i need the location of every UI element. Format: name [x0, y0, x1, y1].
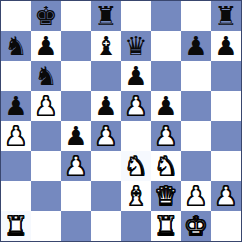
piece-black-bishop: ♝	[94, 31, 117, 61]
square-h5[interactable]	[211, 91, 241, 121]
square-e7[interactable]: ♛	[121, 31, 151, 61]
square-c7[interactable]	[61, 31, 91, 61]
square-a8[interactable]	[1, 1, 31, 31]
piece-black-pawn: ♟	[214, 31, 237, 61]
square-h4[interactable]	[211, 121, 241, 151]
square-d5[interactable]: ♟	[91, 91, 121, 121]
square-b5[interactable]: ♟	[31, 91, 61, 121]
piece-black-knight: ♞	[34, 61, 57, 91]
square-b8[interactable]: ♚	[31, 1, 61, 31]
piece-black-queen: ♛	[124, 31, 147, 61]
square-e5[interactable]: ♟	[121, 91, 151, 121]
square-c6[interactable]	[61, 61, 91, 91]
square-d6[interactable]	[91, 61, 121, 91]
square-d3[interactable]	[91, 151, 121, 181]
piece-white-pawn: ♟	[94, 121, 117, 151]
square-c2[interactable]	[61, 181, 91, 211]
square-f8[interactable]	[151, 1, 181, 31]
square-g8[interactable]	[181, 1, 211, 31]
square-h2[interactable]: ♟	[211, 181, 241, 211]
piece-black-pawn: ♟	[64, 121, 87, 151]
piece-black-pawn: ♟	[4, 91, 27, 121]
square-c4[interactable]: ♟	[61, 121, 91, 151]
square-f4[interactable]: ♟	[151, 121, 181, 151]
chess-board: ♚♜♜♞♟♝♛♟♟♞♟♟♟♟♟♟♟♟♟♟♟♞♞♝♛♟♟♜♜♚	[0, 0, 242, 242]
square-a1[interactable]: ♜	[1, 211, 31, 241]
square-f3[interactable]: ♞	[151, 151, 181, 181]
piece-black-pawn: ♟	[94, 91, 117, 121]
square-a2[interactable]	[1, 181, 31, 211]
square-f2[interactable]: ♛	[151, 181, 181, 211]
square-g2[interactable]: ♟	[181, 181, 211, 211]
piece-black-pawn: ♟	[34, 31, 57, 61]
square-g4[interactable]	[181, 121, 211, 151]
square-b3[interactable]	[31, 151, 61, 181]
square-f5[interactable]: ♟	[151, 91, 181, 121]
square-a4[interactable]: ♟	[1, 121, 31, 151]
square-b7[interactable]: ♟	[31, 31, 61, 61]
square-d2[interactable]	[91, 181, 121, 211]
piece-white-pawn: ♟	[64, 151, 87, 181]
square-e2[interactable]: ♝	[121, 181, 151, 211]
piece-white-king: ♚	[184, 211, 207, 241]
square-g1[interactable]: ♚	[181, 211, 211, 241]
square-c8[interactable]	[61, 1, 91, 31]
square-c3[interactable]: ♟	[61, 151, 91, 181]
piece-black-pawn: ♟	[154, 91, 177, 121]
square-g6[interactable]	[181, 61, 211, 91]
square-e1[interactable]	[121, 211, 151, 241]
square-h3[interactable]	[211, 151, 241, 181]
square-c5[interactable]	[61, 91, 91, 121]
piece-white-rook: ♜	[4, 211, 27, 241]
piece-white-knight: ♞	[124, 151, 147, 181]
square-h8[interactable]: ♜	[211, 1, 241, 31]
square-b6[interactable]: ♞	[31, 61, 61, 91]
piece-white-pawn: ♟	[214, 181, 237, 211]
square-f1[interactable]: ♜	[151, 211, 181, 241]
square-a7[interactable]: ♞	[1, 31, 31, 61]
square-f7[interactable]	[151, 31, 181, 61]
piece-white-pawn: ♟	[184, 181, 207, 211]
square-b2[interactable]	[31, 181, 61, 211]
square-d1[interactable]	[91, 211, 121, 241]
square-h6[interactable]	[211, 61, 241, 91]
square-d7[interactable]: ♝	[91, 31, 121, 61]
square-e6[interactable]: ♟	[121, 61, 151, 91]
square-g3[interactable]	[181, 151, 211, 181]
piece-black-pawn: ♟	[184, 31, 207, 61]
piece-black-pawn: ♟	[124, 61, 147, 91]
piece-white-rook: ♜	[154, 211, 177, 241]
square-e4[interactable]	[121, 121, 151, 151]
piece-black-knight: ♞	[4, 31, 27, 61]
piece-white-pawn: ♟	[4, 121, 27, 151]
piece-white-bishop: ♝	[124, 181, 147, 211]
square-d4[interactable]: ♟	[91, 121, 121, 151]
piece-black-rook: ♜	[214, 1, 237, 31]
piece-white-pawn: ♟	[34, 91, 57, 121]
square-e3[interactable]: ♞	[121, 151, 151, 181]
square-g5[interactable]	[181, 91, 211, 121]
square-a3[interactable]	[1, 151, 31, 181]
square-a6[interactable]	[1, 61, 31, 91]
square-d8[interactable]: ♜	[91, 1, 121, 31]
square-g7[interactable]: ♟	[181, 31, 211, 61]
square-f6[interactable]	[151, 61, 181, 91]
square-b4[interactable]	[31, 121, 61, 151]
square-e8[interactable]	[121, 1, 151, 31]
piece-black-king: ♚	[34, 1, 57, 31]
square-h1[interactable]	[211, 211, 241, 241]
square-b1[interactable]	[31, 211, 61, 241]
piece-white-knight: ♞	[154, 151, 177, 181]
square-c1[interactable]	[61, 211, 91, 241]
piece-white-pawn: ♟	[124, 91, 147, 121]
piece-white-queen: ♛	[154, 181, 177, 211]
square-h7[interactable]: ♟	[211, 31, 241, 61]
piece-black-rook: ♜	[94, 1, 117, 31]
piece-white-pawn: ♟	[154, 121, 177, 151]
square-a5[interactable]: ♟	[1, 91, 31, 121]
